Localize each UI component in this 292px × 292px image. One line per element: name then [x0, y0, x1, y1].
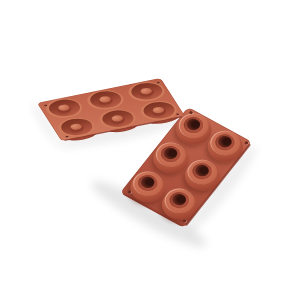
back-mold [37, 78, 185, 141]
photo-caption: Two terracotta silicone baking molds, ea… [0, 0, 1, 1]
product-photo: Two terracotta silicone baking molds, ea… [0, 0, 292, 292]
